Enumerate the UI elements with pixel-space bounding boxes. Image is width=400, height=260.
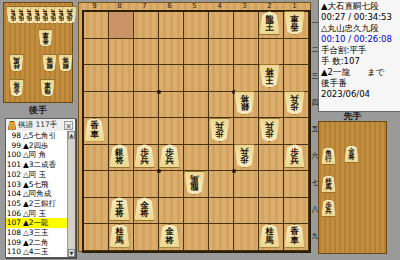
square-4-6[interactable] [209,145,234,172]
handicap-line: 手合割:平手 [321,45,398,56]
hoshi-dot [157,169,161,173]
square-5-5[interactable] [184,118,209,145]
piece-kanji: 歩 [240,156,249,165]
square-6-1[interactable] [159,12,184,39]
move-list-scrollbar[interactable]: ▲ ▼ [67,131,75,257]
sente-player-name: ▲大石直嗣七段 [321,1,398,12]
square-2-2[interactable] [259,39,284,66]
move-text: ▲2二角 [23,238,49,248]
file-label: 5 [182,2,207,10]
piece-kanji: 車 [42,32,49,39]
square-7-4[interactable] [134,92,159,119]
square-4-1[interactable] [209,12,234,39]
piece-kanji: 兵 [290,156,299,165]
piece-kanji: 車 [44,82,51,89]
square-2-4[interactable] [259,92,284,119]
file-labels: 987654321 [82,2,307,10]
piece-gote-silver[interactable]: 銀将 [42,54,57,72]
square-8-2[interactable] [109,39,134,66]
game-info-panel: ▲大石直嗣七段 00:27 / 00:34:53 △丸山忠久九段 00:10 /… [318,0,400,112]
move-text: ▲2四歩 [23,141,49,151]
move-number: 98 [6,131,21,141]
square-6-7[interactable] [159,171,184,198]
square-1-8[interactable] [284,198,309,225]
square-7-3[interactable] [134,65,159,92]
move-number: 107 [6,218,21,228]
turn-indicator: 後手番 [321,78,398,89]
piece-kanji: 銀 [240,103,249,112]
piece-kanji: 車 [290,15,299,24]
square-5-4[interactable] [184,92,209,119]
move-count-line: 手 数:107 [321,56,398,67]
piece-kanji: 兵 [66,9,73,16]
kifu-title-text: 棋譜 117手 [18,120,64,130]
square-9-4[interactable] [84,92,109,119]
move-list-item[interactable]: 100△同 角 [6,150,67,160]
move-text: △同 玉 [23,170,46,180]
file-label: 1 [282,2,307,10]
sente-clock: 00:27 / 00:34:53 [321,12,398,23]
move-text: △同 角 [23,150,46,160]
piece-kanji: 将 [46,57,53,64]
move-text: ▲2三銀打 [23,199,56,209]
square-6-2[interactable] [159,39,184,66]
square-3-7[interactable] [234,171,259,198]
square-8-4[interactable] [109,92,134,119]
square-3-8[interactable] [234,198,259,225]
app-window: 歩兵歩兵歩兵歩兵歩兵歩兵歩兵歩兵香車桂馬銀将銀将金将飛車 後手 98765432… [0,0,400,260]
last-move-line: ▲2一龍 まで [321,67,398,78]
move-number: 110 [6,247,21,257]
move-text: △5七角引 [23,131,56,141]
piece-gote-knight[interactable]: 桂馬 [9,54,24,72]
piece-kanji: 兵 [325,208,332,215]
move-list-item[interactable]: 99▲2四歩 [6,141,67,151]
piece-kanji: 兵 [140,156,149,165]
square-6-5[interactable] [159,118,184,145]
square-9-8[interactable] [84,198,109,225]
kifu-panel: 棋譜 117手 × 98△5七角引99▲2四歩100△同 角101▲3二成香10… [5,118,76,258]
game-date: 2023/06/04 [321,89,398,100]
move-number: 109 [6,238,21,248]
square-4-8[interactable] [209,198,234,225]
square-6-3[interactable] [159,65,184,92]
move-text: △同角成 [23,189,51,199]
move-list[interactable]: 98△5七角引99▲2四歩100△同 角101▲3二成香102△同 玉103▲5… [6,131,67,257]
piece-kanji: 馬 [325,184,332,191]
move-list-item[interactable]: 101▲3二成香 [6,160,67,170]
close-icon[interactable]: × [64,121,73,130]
file-label: 6 [157,2,182,10]
move-list-item[interactable]: 105▲2三銀打 [6,199,67,209]
square-3-5[interactable] [234,118,259,145]
piece-kanji: 馬 [190,174,199,183]
square-9-2[interactable] [84,39,109,66]
scroll-down-icon[interactable]: ▼ [68,249,75,257]
piece-gote-silver[interactable]: 銀将 [58,54,73,72]
piece-kanji: 王 [265,76,274,85]
gote-hand-stand: 歩兵歩兵歩兵歩兵歩兵歩兵歩兵歩兵香車桂馬銀将銀将金将飛車 [3,2,73,103]
file-label: 7 [132,2,157,10]
hoshi-dot [157,90,161,94]
piece-kanji: 兵 [165,156,174,165]
move-list-item[interactable]: 110△4二玉 [6,247,67,257]
scroll-up-icon[interactable]: ▲ [68,131,75,139]
move-text: △4二玉 [23,247,49,257]
square-5-3[interactable] [184,65,209,92]
move-number: 99 [6,141,21,151]
piece-sente-pawn[interactable]: 歩兵 [321,199,336,217]
piece-kanji: 兵 [240,148,249,157]
piece-kanji: 将 [240,94,249,103]
square-7-2[interactable] [134,39,159,66]
piece-kanji: 王 [265,23,274,32]
file-label: 4 [207,2,232,10]
square-3-2[interactable] [234,39,259,66]
move-number: 105 [6,199,21,209]
move-text: ▲3二成香 [23,160,56,170]
move-list-item[interactable]: 107▲2一龍 [6,218,67,228]
file-label: 9 [82,2,107,10]
move-number: 104 [6,189,21,199]
square-5-1[interactable] [184,12,209,39]
square-2-6[interactable] [259,145,284,172]
square-6-4[interactable] [159,92,184,119]
move-text: △3三玉 [23,228,49,238]
square-8-1[interactable] [109,12,134,39]
move-list-item[interactable]: 103▲5七飛 [6,180,67,190]
square-5-8[interactable] [184,198,209,225]
square-1-5[interactable] [284,118,309,145]
piece-kanji: 兵 [265,121,274,130]
square-1-2[interactable] [284,39,309,66]
square-4-7[interactable] [209,171,234,198]
move-number: 106 [6,209,21,219]
square-4-3[interactable] [209,65,234,92]
square-3-9[interactable] [234,224,259,251]
move-number: 103 [6,180,21,190]
move-number: 102 [6,170,21,180]
move-list-item[interactable]: 106△同 玉 [6,209,67,219]
square-9-1[interactable] [84,12,109,39]
move-list-item[interactable]: 102△同 玉 [6,170,67,180]
move-list-item[interactable]: 104△同角成 [6,189,67,199]
square-9-7[interactable] [84,171,109,198]
square-4-4[interactable] [209,92,234,119]
piece-kanji: 兵 [290,94,299,103]
move-text: ▲2一龍 [23,218,49,228]
move-number: 108 [6,228,21,238]
piece-kanji: 将 [115,156,124,165]
square-2-8[interactable] [259,198,284,225]
square-4-9[interactable] [209,224,234,251]
square-5-2[interactable] [184,39,209,66]
square-2-7[interactable] [259,171,284,198]
square-9-9[interactable] [84,224,109,251]
square-8-5[interactable] [109,118,134,145]
piece-kanji: 兵 [215,121,224,130]
square-5-9[interactable] [184,224,209,251]
piece-gote-rook[interactable]: 飛車 [40,79,55,97]
square-3-1[interactable] [234,12,259,39]
shogi-piece-icon [8,121,16,130]
move-list-item[interactable]: 109▲2二角 [6,238,67,248]
piece-kanji: 馬 [13,57,20,64]
gote-label: 後手 [3,104,73,117]
piece-sente-knight[interactable]: 桂馬 [321,175,336,193]
square-8-3[interactable] [109,65,134,92]
square-7-7[interactable] [134,171,159,198]
piece-gote-lance[interactable]: 香車 [38,29,53,47]
square-1-7[interactable] [284,171,309,198]
move-list-item[interactable]: 108△3三玉 [6,228,67,238]
piece-kanji: 将 [165,236,174,245]
square-7-5[interactable] [134,118,159,145]
piece-kanji: 将 [140,209,149,218]
move-list-item[interactable]: 98△5七角引 [6,131,67,141]
file-label: 8 [107,2,132,10]
piece-sente-bishop[interactable]: 角行 [321,147,336,165]
move-text: △同 玉 [23,209,46,219]
square-6-8[interactable] [159,198,184,225]
piece-gote-gold[interactable]: 金将 [9,79,24,97]
piece-kanji: 将 [115,209,124,218]
piece-kanji: 香 [290,23,299,32]
square-1-3[interactable] [284,65,309,92]
square-5-6[interactable] [184,145,209,172]
piece-kanji: 歩 [290,103,299,112]
file-label: 2 [257,2,282,10]
move-number: 100 [6,150,21,160]
sente-hand-stand: 角行金将桂馬歩兵 [318,121,387,254]
piece-kanji: 馬 [115,236,124,245]
square-7-1[interactable] [134,12,159,39]
piece-kanji: 将 [62,57,69,64]
piece-kanji: 将 [265,68,274,77]
square-7-9[interactable] [134,224,159,251]
file-label: 3 [232,2,257,10]
hoshi-dot [232,169,236,173]
move-text: ▲5七飛 [23,180,49,190]
square-3-3[interactable] [234,65,259,92]
square-8-7[interactable] [109,171,134,198]
piece-sente-gold[interactable]: 金将 [344,145,359,163]
gote-clock: 00:10 / 00:26:08 [321,34,398,45]
piece-kanji: 車 [290,236,299,245]
square-4-2[interactable] [209,39,234,66]
piece-kanji: 行 [325,156,332,163]
gote-player-name: △丸山忠久九段 [321,23,398,34]
piece-kanji: 車 [90,130,99,139]
piece-kanji: 将 [13,82,20,89]
square-9-6[interactable] [84,145,109,172]
move-number: 101 [6,160,21,170]
piece-kanji: 将 [348,154,355,161]
square-9-3[interactable] [84,65,109,92]
piece-kanji: 馬 [265,236,274,245]
